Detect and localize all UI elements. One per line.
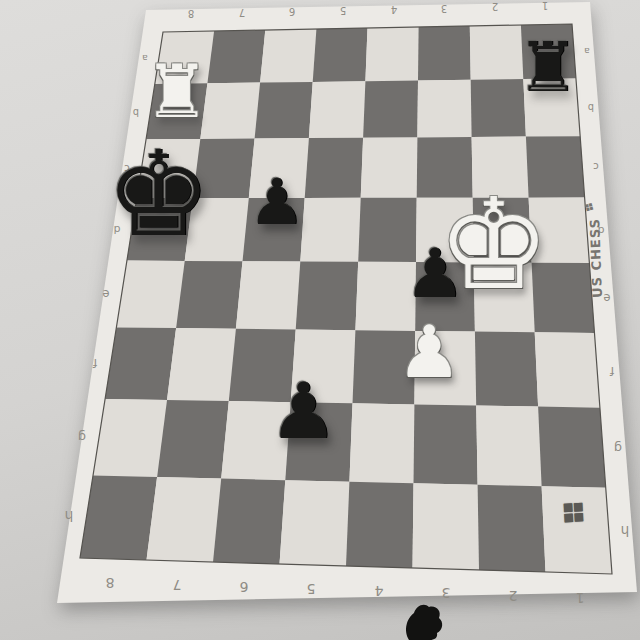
photo-background: 8765432187654321abcdefghabcdefgh ♜♜♟♚♚♟♟… [0,0,640,640]
offboard-captured-piece [0,0,640,640]
